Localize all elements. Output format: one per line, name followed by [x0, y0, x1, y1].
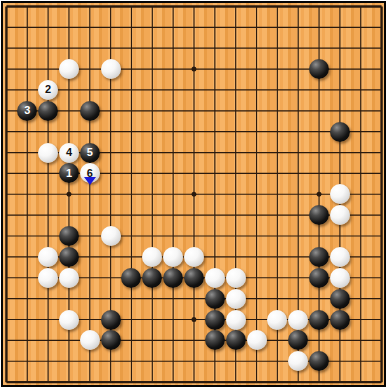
intersection[interactable]: [59, 79, 80, 100]
intersection[interactable]: [38, 309, 59, 330]
white-stone[interactable]: [59, 59, 79, 79]
intersection[interactable]: [267, 351, 288, 372]
intersection[interactable]: [371, 121, 386, 142]
intersection[interactable]: [121, 163, 142, 184]
intersection[interactable]: [38, 38, 59, 59]
intersection[interactable]: [142, 288, 163, 309]
intersection[interactable]: [1, 288, 17, 309]
intersection[interactable]: [59, 226, 80, 247]
black-stone[interactable]: [226, 330, 246, 350]
intersection[interactable]: [329, 79, 350, 100]
intersection[interactable]: [1, 351, 17, 372]
intersection[interactable]: [142, 226, 163, 247]
intersection[interactable]: [225, 79, 246, 100]
intersection[interactable]: [309, 142, 330, 163]
intersection[interactable]: [163, 226, 184, 247]
intersection[interactable]: 6: [79, 163, 100, 184]
intersection[interactable]: [121, 184, 142, 205]
intersection[interactable]: [79, 184, 100, 205]
intersection[interactable]: [79, 121, 100, 142]
intersection[interactable]: [17, 121, 38, 142]
intersection[interactable]: [309, 267, 330, 288]
intersection[interactable]: [121, 205, 142, 226]
intersection[interactable]: [79, 351, 100, 372]
intersection[interactable]: [267, 372, 288, 387]
intersection[interactable]: [329, 246, 350, 267]
intersection[interactable]: [1, 205, 17, 226]
intersection[interactable]: [38, 330, 59, 351]
intersection[interactable]: [184, 100, 205, 121]
intersection[interactable]: [184, 1, 205, 17]
intersection[interactable]: [121, 267, 142, 288]
intersection[interactable]: [288, 309, 309, 330]
white-stone[interactable]: [59, 268, 79, 288]
intersection[interactable]: [38, 351, 59, 372]
intersection[interactable]: [246, 79, 267, 100]
intersection[interactable]: [204, 226, 225, 247]
intersection[interactable]: [79, 17, 100, 38]
intersection[interactable]: [246, 288, 267, 309]
intersection[interactable]: [38, 142, 59, 163]
intersection[interactable]: [121, 38, 142, 59]
intersection[interactable]: [59, 38, 80, 59]
white-stone[interactable]: [163, 247, 183, 267]
intersection[interactable]: [329, 267, 350, 288]
intersection[interactable]: [184, 267, 205, 288]
intersection[interactable]: [225, 351, 246, 372]
intersection[interactable]: [17, 309, 38, 330]
intersection[interactable]: [204, 59, 225, 80]
intersection[interactable]: [309, 100, 330, 121]
intersection[interactable]: [329, 226, 350, 247]
intersection[interactable]: [350, 163, 371, 184]
intersection[interactable]: [100, 100, 121, 121]
intersection[interactable]: [100, 142, 121, 163]
intersection[interactable]: [204, 121, 225, 142]
intersection[interactable]: [1, 372, 17, 387]
intersection[interactable]: [309, 163, 330, 184]
intersection[interactable]: [79, 205, 100, 226]
intersection[interactable]: [163, 309, 184, 330]
intersection[interactable]: [79, 79, 100, 100]
intersection[interactable]: [184, 142, 205, 163]
white-stone[interactable]: [80, 330, 100, 350]
intersection[interactable]: [79, 309, 100, 330]
intersection[interactable]: [204, 205, 225, 226]
intersection[interactable]: [309, 38, 330, 59]
intersection[interactable]: [288, 205, 309, 226]
intersection[interactable]: [17, 330, 38, 351]
intersection[interactable]: [59, 372, 80, 387]
intersection[interactable]: [163, 163, 184, 184]
intersection[interactable]: [38, 1, 59, 17]
intersection[interactable]: [163, 17, 184, 38]
white-stone[interactable]: [330, 247, 350, 267]
intersection[interactable]: [267, 184, 288, 205]
intersection[interactable]: [204, 330, 225, 351]
intersection[interactable]: [100, 205, 121, 226]
intersection[interactable]: [309, 121, 330, 142]
intersection[interactable]: [1, 330, 17, 351]
white-stone[interactable]: [38, 268, 58, 288]
intersection[interactable]: [329, 100, 350, 121]
intersection[interactable]: [288, 246, 309, 267]
intersection[interactable]: [17, 267, 38, 288]
black-stone[interactable]: 5: [80, 143, 100, 163]
intersection[interactable]: [163, 372, 184, 387]
intersection[interactable]: [288, 142, 309, 163]
intersection[interactable]: [184, 59, 205, 80]
intersection[interactable]: [225, 163, 246, 184]
intersection[interactable]: [142, 184, 163, 205]
intersection[interactable]: [121, 226, 142, 247]
intersection[interactable]: [59, 351, 80, 372]
intersection[interactable]: [204, 17, 225, 38]
intersection[interactable]: [329, 351, 350, 372]
intersection[interactable]: [267, 246, 288, 267]
intersection[interactable]: [288, 79, 309, 100]
intersection[interactable]: [59, 309, 80, 330]
intersection[interactable]: [17, 184, 38, 205]
intersection[interactable]: [17, 351, 38, 372]
intersection[interactable]: [142, 38, 163, 59]
intersection[interactable]: [225, 184, 246, 205]
intersection[interactable]: [100, 351, 121, 372]
white-stone[interactable]: 4: [59, 143, 79, 163]
intersection[interactable]: [225, 1, 246, 17]
intersection[interactable]: [350, 59, 371, 80]
intersection[interactable]: [79, 246, 100, 267]
black-stone[interactable]: [205, 310, 225, 330]
intersection[interactable]: [267, 226, 288, 247]
intersection[interactable]: [142, 142, 163, 163]
white-stone[interactable]: [38, 247, 58, 267]
white-stone[interactable]: [288, 310, 308, 330]
intersection[interactable]: [225, 330, 246, 351]
intersection[interactable]: [204, 246, 225, 267]
intersection[interactable]: [288, 184, 309, 205]
intersection[interactable]: [350, 309, 371, 330]
intersection[interactable]: [371, 372, 386, 387]
intersection[interactable]: [350, 38, 371, 59]
intersection[interactable]: [371, 38, 386, 59]
intersection[interactable]: [163, 1, 184, 17]
intersection[interactable]: [38, 59, 59, 80]
white-stone[interactable]: [247, 330, 267, 350]
intersection[interactable]: [371, 205, 386, 226]
black-stone[interactable]: [309, 205, 329, 225]
intersection[interactable]: [79, 226, 100, 247]
intersection[interactable]: [121, 246, 142, 267]
intersection[interactable]: [350, 1, 371, 17]
intersection[interactable]: [225, 372, 246, 387]
intersection[interactable]: [225, 142, 246, 163]
intersection[interactable]: [350, 184, 371, 205]
intersection[interactable]: [184, 288, 205, 309]
intersection[interactable]: [246, 163, 267, 184]
intersection[interactable]: [225, 226, 246, 247]
white-stone[interactable]: [101, 59, 121, 79]
intersection[interactable]: [225, 309, 246, 330]
intersection[interactable]: 3: [17, 100, 38, 121]
intersection[interactable]: [267, 288, 288, 309]
intersection[interactable]: [288, 1, 309, 17]
intersection[interactable]: [38, 121, 59, 142]
intersection[interactable]: [184, 372, 205, 387]
intersection[interactable]: [17, 79, 38, 100]
black-stone[interactable]: [309, 59, 329, 79]
intersection[interactable]: [1, 184, 17, 205]
intersection[interactable]: [288, 17, 309, 38]
intersection[interactable]: [59, 17, 80, 38]
intersection[interactable]: [329, 142, 350, 163]
intersection[interactable]: [142, 163, 163, 184]
intersection[interactable]: [184, 184, 205, 205]
intersection[interactable]: [350, 226, 371, 247]
white-stone[interactable]: [38, 143, 58, 163]
intersection[interactable]: [59, 1, 80, 17]
intersection[interactable]: [329, 372, 350, 387]
intersection[interactable]: [38, 163, 59, 184]
intersection[interactable]: [38, 288, 59, 309]
intersection[interactable]: [121, 309, 142, 330]
intersection[interactable]: [17, 288, 38, 309]
intersection[interactable]: [163, 100, 184, 121]
intersection[interactable]: [17, 17, 38, 38]
intersection[interactable]: [184, 121, 205, 142]
intersection[interactable]: [329, 309, 350, 330]
intersection[interactable]: [100, 288, 121, 309]
intersection[interactable]: [246, 330, 267, 351]
intersection[interactable]: [350, 17, 371, 38]
black-stone[interactable]: [121, 268, 141, 288]
intersection[interactable]: [38, 17, 59, 38]
intersection[interactable]: [184, 38, 205, 59]
intersection[interactable]: [204, 267, 225, 288]
intersection[interactable]: 2: [38, 79, 59, 100]
intersection[interactable]: [17, 1, 38, 17]
black-stone[interactable]: [101, 310, 121, 330]
intersection[interactable]: [184, 163, 205, 184]
intersection[interactable]: [38, 226, 59, 247]
intersection[interactable]: [184, 17, 205, 38]
intersection[interactable]: [309, 330, 330, 351]
intersection[interactable]: [371, 142, 386, 163]
intersection[interactable]: [163, 351, 184, 372]
intersection[interactable]: [1, 142, 17, 163]
black-stone[interactable]: 3: [17, 101, 37, 121]
intersection[interactable]: [79, 1, 100, 17]
intersection[interactable]: [184, 351, 205, 372]
intersection[interactable]: [1, 17, 17, 38]
intersection[interactable]: [142, 59, 163, 80]
intersection[interactable]: [246, 372, 267, 387]
intersection[interactable]: [100, 372, 121, 387]
intersection[interactable]: [288, 38, 309, 59]
intersection[interactable]: [17, 246, 38, 267]
white-stone[interactable]: 6: [80, 163, 100, 183]
intersection[interactable]: [59, 288, 80, 309]
black-stone[interactable]: 1: [59, 163, 79, 183]
intersection[interactable]: [371, 184, 386, 205]
intersection[interactable]: [204, 372, 225, 387]
intersection[interactable]: [246, 142, 267, 163]
intersection[interactable]: [267, 267, 288, 288]
intersection[interactable]: [184, 309, 205, 330]
intersection[interactable]: [1, 246, 17, 267]
intersection[interactable]: [79, 59, 100, 80]
intersection[interactable]: [1, 100, 17, 121]
intersection[interactable]: [1, 121, 17, 142]
intersection[interactable]: [1, 226, 17, 247]
white-stone[interactable]: [226, 268, 246, 288]
intersection[interactable]: [371, 246, 386, 267]
intersection[interactable]: [288, 330, 309, 351]
intersection[interactable]: [100, 163, 121, 184]
intersection[interactable]: [100, 226, 121, 247]
intersection[interactable]: [79, 38, 100, 59]
intersection[interactable]: [204, 79, 225, 100]
white-stone[interactable]: 2: [38, 80, 58, 100]
intersection[interactable]: [225, 205, 246, 226]
intersection[interactable]: [309, 226, 330, 247]
intersection[interactable]: 5: [79, 142, 100, 163]
intersection[interactable]: [17, 163, 38, 184]
intersection[interactable]: [329, 59, 350, 80]
intersection[interactable]: [246, 246, 267, 267]
intersection[interactable]: [371, 59, 386, 80]
intersection[interactable]: [267, 330, 288, 351]
intersection[interactable]: [100, 309, 121, 330]
white-stone[interactable]: [330, 268, 350, 288]
intersection[interactable]: [371, 267, 386, 288]
intersection[interactable]: [329, 288, 350, 309]
intersection[interactable]: [204, 142, 225, 163]
intersection[interactable]: [59, 100, 80, 121]
intersection[interactable]: [267, 1, 288, 17]
intersection[interactable]: [79, 330, 100, 351]
black-stone[interactable]: [309, 310, 329, 330]
intersection[interactable]: [288, 372, 309, 387]
black-stone[interactable]: [142, 268, 162, 288]
intersection[interactable]: [163, 288, 184, 309]
intersection[interactable]: [371, 100, 386, 121]
intersection[interactable]: [267, 205, 288, 226]
intersection[interactable]: [309, 79, 330, 100]
intersection[interactable]: [59, 246, 80, 267]
intersection[interactable]: [204, 184, 225, 205]
intersection[interactable]: [142, 79, 163, 100]
intersection[interactable]: [121, 100, 142, 121]
intersection[interactable]: [329, 1, 350, 17]
black-stone[interactable]: [184, 268, 204, 288]
intersection[interactable]: [79, 372, 100, 387]
intersection[interactable]: [371, 351, 386, 372]
intersection[interactable]: [121, 59, 142, 80]
white-stone[interactable]: [330, 184, 350, 204]
intersection[interactable]: [163, 330, 184, 351]
intersection[interactable]: [329, 17, 350, 38]
intersection[interactable]: [121, 372, 142, 387]
white-stone[interactable]: [226, 289, 246, 309]
intersection[interactable]: [288, 100, 309, 121]
intersection[interactable]: [267, 142, 288, 163]
intersection[interactable]: [100, 59, 121, 80]
intersection[interactable]: [225, 267, 246, 288]
intersection[interactable]: [121, 79, 142, 100]
intersection[interactable]: [142, 267, 163, 288]
intersection[interactable]: [350, 100, 371, 121]
intersection[interactable]: [1, 79, 17, 100]
intersection[interactable]: [59, 205, 80, 226]
intersection[interactable]: [267, 163, 288, 184]
intersection[interactable]: [309, 205, 330, 226]
intersection[interactable]: [17, 142, 38, 163]
white-stone[interactable]: [330, 205, 350, 225]
intersection[interactable]: [371, 1, 386, 17]
intersection[interactable]: [204, 351, 225, 372]
white-stone[interactable]: [184, 247, 204, 267]
intersection[interactable]: [350, 121, 371, 142]
intersection[interactable]: [204, 38, 225, 59]
intersection[interactable]: [163, 121, 184, 142]
intersection[interactable]: [329, 184, 350, 205]
intersection[interactable]: [59, 267, 80, 288]
black-stone[interactable]: [101, 330, 121, 350]
black-stone[interactable]: [59, 226, 79, 246]
intersection[interactable]: [142, 309, 163, 330]
intersection[interactable]: [267, 79, 288, 100]
intersection[interactable]: [17, 372, 38, 387]
intersection[interactable]: [246, 226, 267, 247]
intersection[interactable]: [371, 17, 386, 38]
black-stone[interactable]: [205, 330, 225, 350]
intersection[interactable]: [59, 184, 80, 205]
intersection[interactable]: [204, 309, 225, 330]
intersection[interactable]: [79, 100, 100, 121]
intersection[interactable]: [288, 288, 309, 309]
intersection[interactable]: [225, 59, 246, 80]
intersection[interactable]: [121, 288, 142, 309]
intersection[interactable]: [329, 121, 350, 142]
go-board[interactable]: 234516: [1, 1, 386, 387]
intersection[interactable]: [121, 142, 142, 163]
intersection[interactable]: [329, 330, 350, 351]
intersection[interactable]: [121, 330, 142, 351]
intersection[interactable]: [350, 246, 371, 267]
intersection[interactable]: [267, 100, 288, 121]
intersection[interactable]: [59, 59, 80, 80]
intersection[interactable]: [79, 288, 100, 309]
intersection[interactable]: [38, 372, 59, 387]
intersection[interactable]: 4: [59, 142, 80, 163]
intersection[interactable]: [309, 309, 330, 330]
white-stone[interactable]: [101, 226, 121, 246]
black-stone[interactable]: [38, 101, 58, 121]
intersection[interactable]: [246, 17, 267, 38]
intersection[interactable]: [163, 184, 184, 205]
intersection[interactable]: [17, 59, 38, 80]
intersection[interactable]: [288, 121, 309, 142]
intersection[interactable]: [225, 288, 246, 309]
intersection[interactable]: [163, 59, 184, 80]
intersection[interactable]: [309, 1, 330, 17]
intersection[interactable]: [246, 309, 267, 330]
intersection[interactable]: [246, 38, 267, 59]
intersection[interactable]: [142, 121, 163, 142]
intersection[interactable]: [288, 267, 309, 288]
intersection[interactable]: [371, 288, 386, 309]
